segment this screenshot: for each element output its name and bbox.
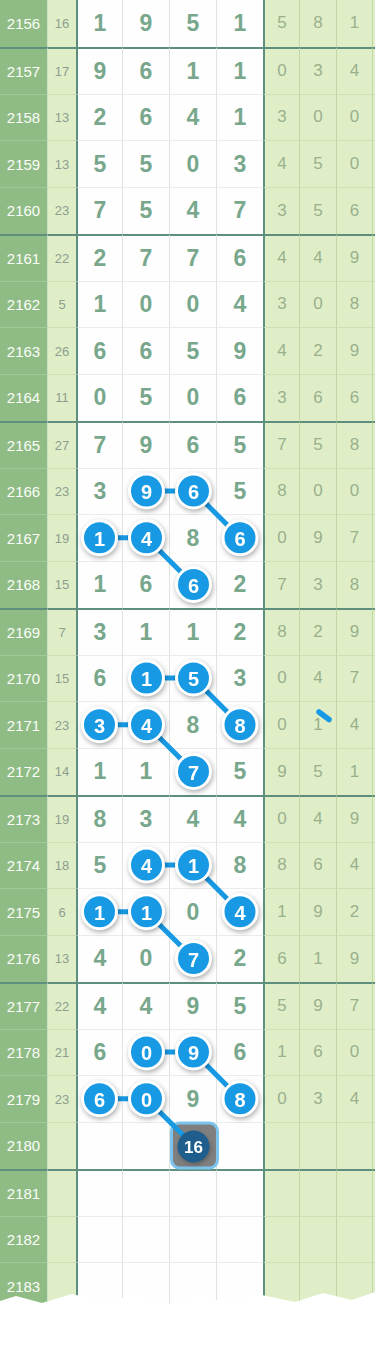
period-cell: 2160 [0,187,48,234]
digit-cell[interactable]: 9 [217,327,263,374]
extra-cell: 9 [337,795,373,842]
table-row-2176: 2176134072619 [0,935,375,982]
extra-cell: 3 [300,1075,337,1122]
period-cell: 2165 [0,421,48,468]
digit-cell[interactable]: 4 [170,94,217,141]
period-cell: 2171 [0,701,48,748]
digit-cell[interactable]: 8 [217,842,263,889]
digit-cell[interactable]: 4 [217,795,263,842]
extra-cell: 0 [263,47,300,94]
extra-cell [337,1122,373,1169]
extra-cell: 0 [263,701,300,748]
digit-cell[interactable]: 1 [76,0,123,47]
extra-cell: 6 [337,374,373,421]
digit-cell[interactable]: 1 [76,888,123,935]
digit-cell[interactable]: 0 [76,374,123,421]
period-cell: 2174 [0,842,48,889]
digit-cell[interactable]: 5 [123,187,170,234]
digit-cell[interactable]: 2 [217,608,263,655]
sum-cell: 11 [48,374,76,421]
digit-cell[interactable]: 8 [76,795,123,842]
table-row-2159: 2159135503450 [0,140,375,187]
extra-cell: 8 [337,561,373,608]
extra-cell: 5 [263,0,300,47]
extra-cell: 9 [300,982,337,1029]
digit-cell[interactable]: 7 [170,748,217,795]
period-cell: 2156 [0,0,48,47]
digit-cell[interactable]: 1 [170,608,217,655]
extra-cell [263,1216,300,1263]
digit-cell[interactable]: 6 [170,468,217,515]
extra-cell [300,1216,337,1263]
digit-cell[interactable]: 7 [217,187,263,234]
digit-cell[interactable]: 6 [123,561,170,608]
digit-cell[interactable]: 5 [76,842,123,889]
digit-cell[interactable]: 6 [76,655,123,702]
period-cell: 2176 [0,935,48,982]
sum-cell: 22 [48,982,76,1029]
digit-cell[interactable] [217,1216,263,1263]
digit-cell[interactable]: 1 [76,281,123,328]
period-cell: 2182 [0,1216,48,1263]
digit-cell[interactable] [217,1122,263,1169]
extra-cell: 0 [337,468,373,515]
digit-cell[interactable]: 0 [123,281,170,328]
sum-cell: 23 [48,701,76,748]
extra-cell: 9 [300,888,337,935]
digit-cell[interactable]: 6 [123,94,170,141]
extra-cell: 0 [263,795,300,842]
sum-cell: 5 [48,281,76,328]
table-row-2158: 2158132641300 [0,94,375,141]
digit-cell[interactable]: 4 [217,888,263,935]
sum-cell [48,1216,76,1263]
extra-cell: 8 [300,0,337,47]
digit-cell[interactable]: 0 [170,281,217,328]
digit-cell[interactable]: 1 [76,561,123,608]
digit-cell[interactable] [76,1122,123,1169]
digit-cell[interactable]: 0 [170,140,217,187]
table-row-2165: 2165277965758 [0,421,375,468]
digit-cell[interactable]: 6 [76,1075,123,1122]
table-row-2168: 2168151662738 [0,561,375,608]
extra-cell: 5 [263,982,300,1029]
digit-cell[interactable]: 1 [170,47,217,94]
digit-cell[interactable]: 6 [217,374,263,421]
digit-cell[interactable]: 5 [217,421,263,468]
digit-cell[interactable]: 3 [76,701,123,748]
extra-cell: 9 [337,608,373,655]
extra-cell: 3 [263,374,300,421]
extra-cell: 0 [263,655,300,702]
extra-cell: 4 [300,234,337,281]
sum-cell [48,1169,76,1216]
extra-cell: 7 [263,421,300,468]
digit-cell[interactable]: 1 [123,888,170,935]
extra-cell: 6 [300,374,337,421]
extra-cell: 8 [263,468,300,515]
period-cell: 2167 [0,514,48,561]
sum-cell: 15 [48,655,76,702]
digit-cell[interactable]: 4 [76,935,123,982]
table-row-2160: 2160237547356 [0,187,375,234]
digit-cell[interactable]: 0 [170,374,217,421]
digit-cell[interactable]: 6 [170,561,217,608]
extra-cell: 1 [263,888,300,935]
digit-cell[interactable]: 7 [170,935,217,982]
sum-cell: 13 [48,94,76,141]
extra-cell: 6 [300,1029,337,1076]
extra-cell [337,1262,373,1309]
table-row-2174: 2174185418864 [0,842,375,889]
digit-cell[interactable]: 2 [217,935,263,982]
digit-cell[interactable]: 4 [123,514,170,561]
extra-cell: 9 [337,935,373,982]
table-row-2156: 2156161951581 [0,0,375,47]
extra-cell [263,1169,300,1216]
extra-cell: 4 [263,234,300,281]
extra-cell: 4 [337,47,373,94]
extra-cell [300,1169,337,1216]
extra-cell: 1 [300,701,337,748]
table-row-2178: 2178216096160 [0,1029,375,1076]
extra-cell: 7 [337,514,373,561]
extra-cell [300,1122,337,1169]
extra-cell: 8 [337,281,373,328]
extra-cell: 0 [337,94,373,141]
sum-cell: 19 [48,514,76,561]
digit-cell[interactable]: 4 [123,701,170,748]
digit-cell[interactable]: 6 [217,1029,263,1076]
table-row-2171: 2171233488014 [0,701,375,748]
digit-cell[interactable]: 5 [217,468,263,515]
digit-cell[interactable]: 6 [123,47,170,94]
digit-cell[interactable]: 6 [217,234,263,281]
digit-cell[interactable] [217,1169,263,1216]
period-cell: 2159 [0,140,48,187]
sum-cell: 23 [48,468,76,515]
digit-cell[interactable]: 9 [76,47,123,94]
table-row-2161: 2161222776449 [0,234,375,281]
digit-cell[interactable]: 3 [123,795,170,842]
extra-cell: 3 [300,47,337,94]
digit-cell[interactable]: 4 [170,187,217,234]
table-row-2173: 2173198344049 [0,795,375,842]
digit-cell[interactable]: 7 [170,234,217,281]
extra-cell: 2 [300,608,337,655]
digit-cell[interactable]: 1 [217,47,263,94]
digit-cell[interactable]: 7 [123,234,170,281]
digit-cell[interactable] [170,1262,217,1309]
digit-cell[interactable]: 0 [123,1029,170,1076]
extra-cell: 5 [300,748,337,795]
extra-cell: 0 [263,1075,300,1122]
digit-cell[interactable] [123,1169,170,1216]
table-row-2181: 2181 [0,1169,375,1216]
digit-cell[interactable]: 1 [123,655,170,702]
digit-cell[interactable]: 0 [123,935,170,982]
table-row-2182: 2182 [0,1216,375,1263]
period-cell: 2158 [0,94,48,141]
extra-cell: 4 [263,327,300,374]
digit-cell[interactable]: 3 [76,468,123,515]
digit-cell[interactable] [76,1216,123,1263]
sum-cell: 14 [48,748,76,795]
table-row-2177: 2177224495597 [0,982,375,1029]
extra-cell: 1 [300,935,337,982]
table-row-2164: 2164110506366 [0,374,375,421]
digit-cell[interactable] [217,1262,263,1309]
extra-cell: 2 [337,888,373,935]
digit-cell[interactable]: 7 [76,187,123,234]
digit-cell[interactable]: 3 [217,655,263,702]
digit-cell[interactable]: 6 [76,1029,123,1076]
digit-cell[interactable]: 4 [170,795,217,842]
period-cell: 2161 [0,234,48,281]
period-cell: 2162 [0,281,48,328]
extra-cell [337,1216,373,1263]
extra-cell: 4 [337,1075,373,1122]
digit-cell[interactable]: 5 [217,982,263,1029]
digit-cell[interactable]: 3 [217,140,263,187]
extra-cell: 7 [263,561,300,608]
extra-cell: 3 [263,94,300,141]
digit-cell[interactable] [76,1262,123,1309]
digit-cell[interactable]: 1 [217,0,263,47]
sum-cell: 22 [48,234,76,281]
trend-chart: 2156161951581215717961103421581326413002… [0,0,375,1310]
extra-cell: 5 [300,187,337,234]
extra-cell: 3 [263,187,300,234]
digit-cell[interactable]: 8 [217,1075,263,1122]
period-cell: 2179 [0,1075,48,1122]
table-row-2169: 216973112829 [0,608,375,655]
digit-cell[interactable]: 6 [76,327,123,374]
extra-cell: 0 [300,94,337,141]
sum-cell: 26 [48,327,76,374]
digit-cell[interactable]: 6 [170,421,217,468]
table-row-2166: 2166233965800 [0,468,375,515]
extra-cell: 8 [337,421,373,468]
period-cell: 2157 [0,47,48,94]
digit-cell[interactable] [170,1169,217,1216]
digit-cell[interactable]: 4 [76,982,123,1029]
digit-cell[interactable]: 9 [123,421,170,468]
period-cell: 2168 [0,561,48,608]
digit-cell[interactable]: 2 [217,561,263,608]
table-row-2179: 2179236098034 [0,1075,375,1122]
digit-cell[interactable]: 8 [170,701,217,748]
extra-cell [263,1262,300,1309]
sum-cell: 6 [48,888,76,935]
table-row-2183: 2183 [0,1262,375,1309]
table-row-2162: 216251004308 [0,281,375,328]
table-row-2167: 2167191486097 [0,514,375,561]
extra-cell [337,1169,373,1216]
extra-cell: 9 [263,748,300,795]
extra-cell: 0 [263,514,300,561]
digit-cell[interactable]: 9 [123,0,170,47]
sum-cell [48,1122,76,1169]
digit-cell[interactable]: 8 [217,701,263,748]
extra-cell: 4 [263,140,300,187]
period-cell: 2173 [0,795,48,842]
digit-cell[interactable]: 5 [217,748,263,795]
extra-cell: 1 [337,748,373,795]
extra-cell: 1 [337,0,373,47]
table-row-2170: 2170156153047 [0,655,375,702]
extra-cell: 4 [337,701,373,748]
digit-cell[interactable]: 1 [123,608,170,655]
extra-cell: 5 [300,140,337,187]
digit-cell[interactable]: 5 [170,327,217,374]
extra-cell: 5 [300,421,337,468]
extra-cell: 3 [300,561,337,608]
period-cell: 2178 [0,1029,48,1076]
digit-cell[interactable]: 5 [170,655,217,702]
extra-cell: 8 [263,608,300,655]
table-row-2157: 2157179611034 [0,47,375,94]
extra-cell: 0 [337,1029,373,1076]
sum-cell [48,1262,76,1309]
digit-cell[interactable]: 1 [76,748,123,795]
digit-cell[interactable] [123,1216,170,1263]
extra-cell [263,1122,300,1169]
extra-cell: 6 [337,187,373,234]
period-cell: 2163 [0,327,48,374]
period-cell: 2183 [0,1262,48,1309]
period-cell: 2172 [0,748,48,795]
period-cell: 2180 [0,1122,48,1169]
digit-cell[interactable]: 1 [170,842,217,889]
digit-cell[interactable]: 5 [123,374,170,421]
sum-cell: 13 [48,935,76,982]
digit-cell[interactable]: 9 [123,468,170,515]
period-cell: 2181 [0,1169,48,1216]
digit-cell[interactable]: 8 [170,514,217,561]
digit-cell[interactable]: 4 [123,842,170,889]
extra-cell: 8 [263,842,300,889]
extra-cell: 0 [337,140,373,187]
digit-cell[interactable]: 4 [123,982,170,1029]
digit-cell[interactable]: 1 [217,94,263,141]
extra-cell: 4 [300,655,337,702]
digit-cell[interactable]: 6 [217,514,263,561]
digit-cell[interactable]: 9 [170,982,217,1029]
digit-cell[interactable]: 5 [123,140,170,187]
extra-cell: 9 [337,327,373,374]
table-row-2175: 217561104192 [0,888,375,935]
digit-cell[interactable] [123,1122,170,1169]
digit-cell[interactable] [123,1262,170,1309]
extra-cell: 0 [300,281,337,328]
period-cell: 2166 [0,468,48,515]
sum-cell: 15 [48,561,76,608]
trend-board: 2156161951581215717961103421581326413002… [0,0,375,1309]
period-cell: 2175 [0,888,48,935]
digit-cell[interactable]: 9 [170,1075,217,1122]
sum-cell: 27 [48,421,76,468]
sum-cell: 18 [48,842,76,889]
digit-cell[interactable]: 5 [170,0,217,47]
digit-cell[interactable]: 0 [123,1075,170,1122]
sum-cell: 21 [48,1029,76,1076]
extra-cell: 6 [263,935,300,982]
digit-cell[interactable]: 2 [76,234,123,281]
digit-cell[interactable]: 4 [217,281,263,328]
sum-cell: 13 [48,140,76,187]
table-row-2163: 2163266659429 [0,327,375,374]
sum-cell: 17 [48,47,76,94]
digit-cell[interactable]: 9 [170,1029,217,1076]
digit-cell[interactable]: 6 [123,327,170,374]
extra-cell: 4 [300,795,337,842]
extra-cell: 6 [300,842,337,889]
period-cell: 2177 [0,982,48,1029]
extra-cell: 9 [300,514,337,561]
extra-cell: 1 [263,1029,300,1076]
digit-cell[interactable]: 0 [170,888,217,935]
period-cell: 2170 [0,655,48,702]
extra-cell [300,1262,337,1309]
sum-cell: 16 [48,0,76,47]
digit-cell[interactable]: 1 [123,748,170,795]
digit-cell[interactable]: 2 [76,94,123,141]
table-row-2172: 2172141175951 [0,748,375,795]
table-row-2180: 2180 [0,1122,375,1169]
sum-cell: 19 [48,795,76,842]
extra-cell: 3 [263,281,300,328]
period-cell: 2164 [0,374,48,421]
digit-cell[interactable] [76,1169,123,1216]
sum-cell: 23 [48,187,76,234]
period-cell: 2169 [0,608,48,655]
extra-cell: 9 [337,234,373,281]
digit-cell[interactable] [170,1216,217,1263]
digit-cell[interactable]: 1 [76,514,123,561]
sum-cell: 23 [48,1075,76,1122]
sum-cell: 7 [48,608,76,655]
digit-cell[interactable]: 5 [76,140,123,187]
digit-cell[interactable]: 7 [76,421,123,468]
extra-cell: 0 [300,468,337,515]
extra-cell: 2 [300,327,337,374]
extra-cell: 7 [337,655,373,702]
digit-cell[interactable]: 3 [76,608,123,655]
extra-cell: 4 [337,842,373,889]
extra-cell: 7 [337,982,373,1029]
digit-cell[interactable] [170,1122,217,1169]
